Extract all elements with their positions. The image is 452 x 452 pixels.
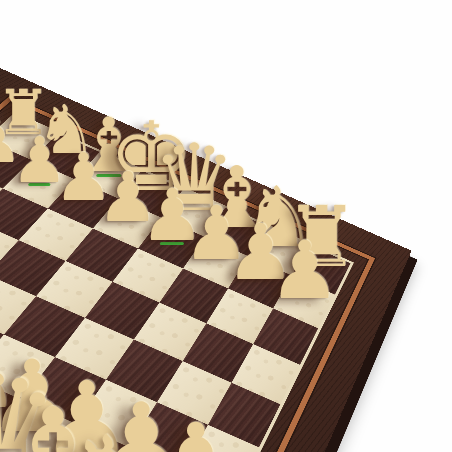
chess-product-photo: ♜♞♝♚♛♝♞♜♟♟♟♟♟♟♟♟♟♟♟♟♟♟♟♟♜♞♝♚♛♝♞♜ xyxy=(0,0,452,452)
